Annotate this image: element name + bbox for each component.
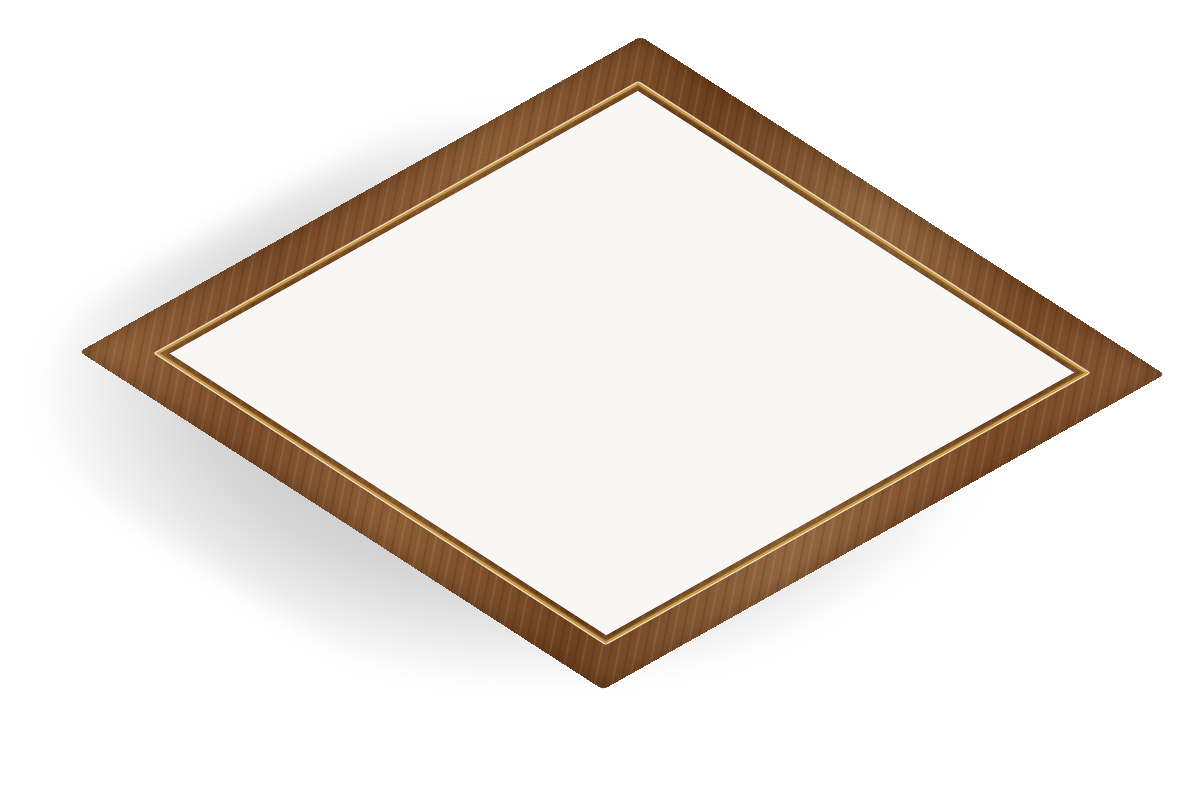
chess-board: [79, 36, 1164, 689]
table-plane: [0, 0, 1200, 800]
photo-stage: [0, 0, 1200, 800]
scene-caption: [0, 0, 1, 1]
